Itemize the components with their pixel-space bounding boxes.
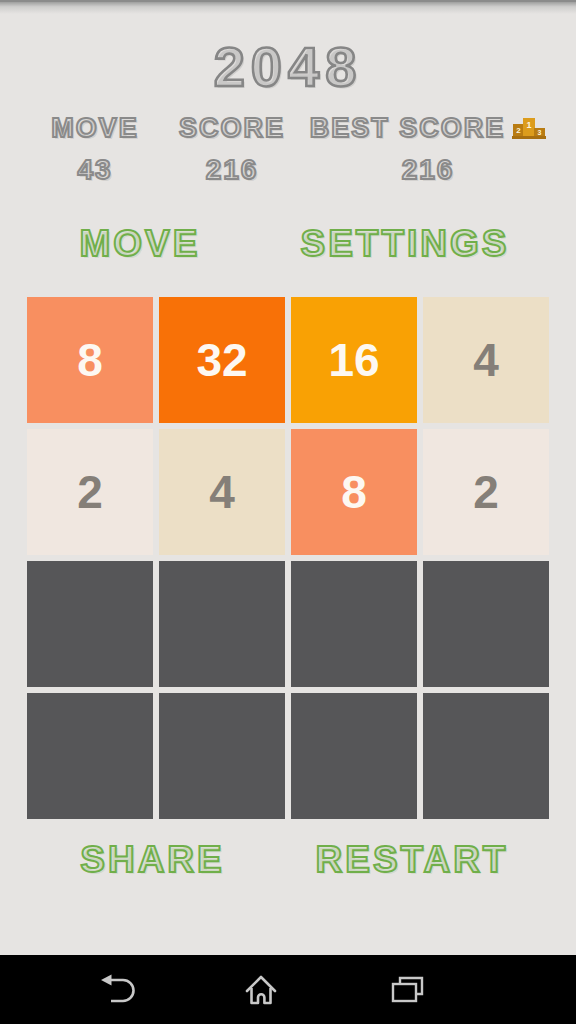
tile-r1c2: 32 xyxy=(159,297,285,423)
stat-score: SCORE 216 xyxy=(158,112,306,186)
svg-text:1: 1 xyxy=(527,120,532,130)
move-button[interactable]: MOVE xyxy=(55,220,225,268)
stat-best-value: 216 xyxy=(306,154,550,186)
settings-button[interactable]: SETTINGS xyxy=(295,220,515,268)
svg-text:2: 2 xyxy=(517,126,522,135)
stat-move-label: MOVE xyxy=(28,112,162,144)
stat-score-label: SCORE xyxy=(158,112,306,144)
tile-r3c2 xyxy=(159,561,285,687)
recents-icon xyxy=(387,995,427,1012)
back-icon xyxy=(97,995,137,1012)
tile-r4c3 xyxy=(291,693,417,819)
stat-score-value: 216 xyxy=(158,154,306,186)
tile-r3c1 xyxy=(27,561,153,687)
tile-r3c3 xyxy=(291,561,417,687)
svg-text:3: 3 xyxy=(538,129,542,136)
podium-icon: 2 1 3 xyxy=(512,115,546,142)
tile-r2c4: 2 xyxy=(423,429,549,555)
tile-r4c1 xyxy=(27,693,153,819)
stat-move-value: 43 xyxy=(28,154,162,186)
stat-best-score: BEST SCORE 2 1 3 216 xyxy=(306,112,550,186)
board[interactable]: 8 32 16 4 2 4 8 2 xyxy=(27,297,549,819)
back-button[interactable] xyxy=(97,971,137,1009)
home-button[interactable] xyxy=(241,971,281,1009)
tile-r1c4: 4 xyxy=(423,297,549,423)
home-icon xyxy=(241,995,281,1012)
stat-move: MOVE 43 xyxy=(28,112,162,186)
bottom-button-row: SHARE RESTART xyxy=(0,836,576,884)
android-navbar xyxy=(0,955,576,1024)
tile-r3c4 xyxy=(423,561,549,687)
game-title: 2048 xyxy=(0,34,576,99)
stat-best-label: BEST SCORE xyxy=(310,112,506,144)
share-button[interactable]: SHARE xyxy=(65,836,240,884)
tile-r4c2 xyxy=(159,693,285,819)
restart-button[interactable]: RESTART xyxy=(313,836,511,884)
tile-r2c3: 8 xyxy=(291,429,417,555)
recents-button[interactable] xyxy=(387,971,427,1009)
tile-r4c4 xyxy=(423,693,549,819)
app-screen: 2048 MOVE 43 SCORE 216 BEST SCORE 2 xyxy=(0,0,576,1024)
tile-r1c1: 8 xyxy=(27,297,153,423)
top-button-row: MOVE SETTINGS xyxy=(0,220,576,268)
status-bar-shade xyxy=(0,0,576,14)
tile-r1c3: 16 xyxy=(291,297,417,423)
stats-bar: MOVE 43 SCORE 216 BEST SCORE 2 1 3 xyxy=(0,112,576,208)
tile-r2c2: 4 xyxy=(159,429,285,555)
tile-r2c1: 2 xyxy=(27,429,153,555)
